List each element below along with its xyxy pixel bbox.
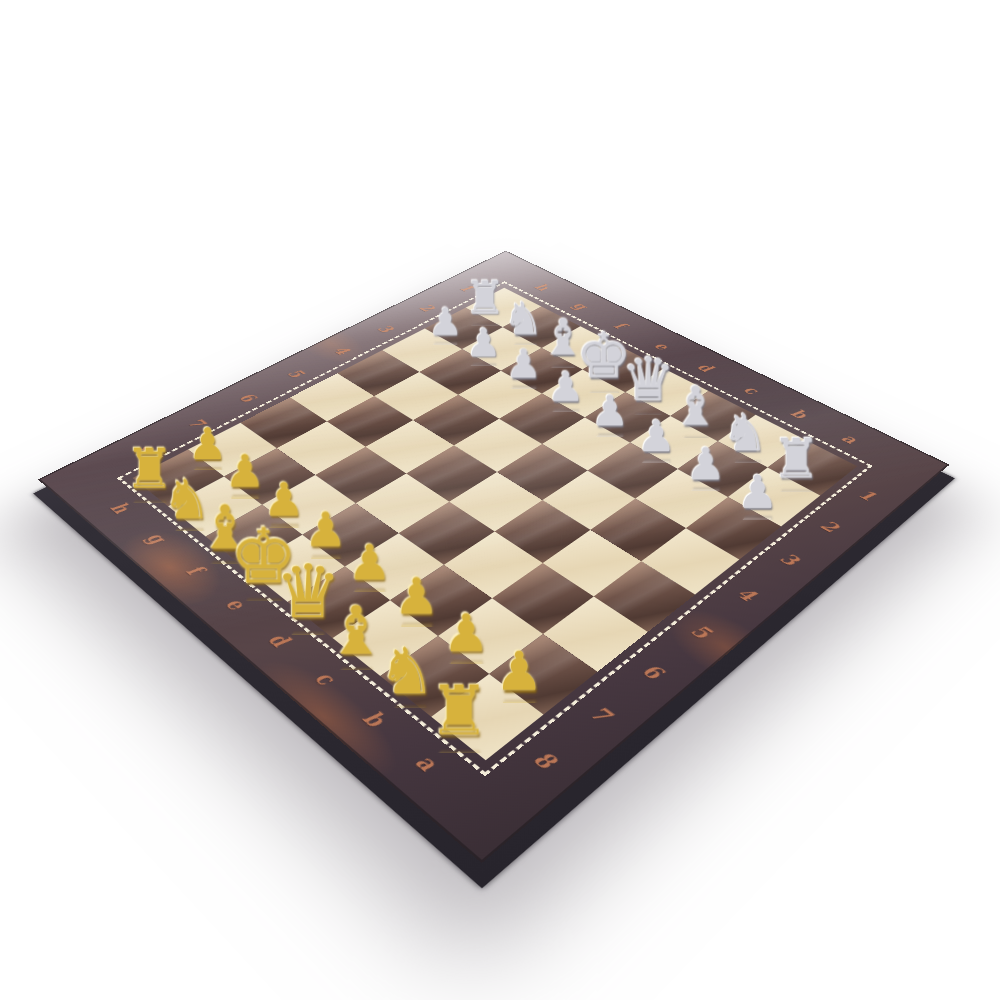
- coord-rank-near-right-4: 4: [732, 584, 761, 605]
- coord-rank-near-right-6: 6: [637, 660, 668, 684]
- coord-file-near-left-f: f: [181, 561, 209, 578]
- coord-file-near-left-g: g: [141, 528, 172, 547]
- black-gold-pawn-b7[interactable]: ♟: [443, 607, 490, 659]
- black-gold-pawn-e7[interactable]: ♟: [304, 506, 347, 554]
- black-gold-pawn-d7[interactable]: ♟: [348, 538, 392, 587]
- coord-file-near-left-e: e: [220, 593, 251, 614]
- white-silver-pawn-f2[interactable]: ♟: [506, 344, 542, 384]
- coord-rank-near-right-5: 5: [686, 620, 716, 642]
- board-grid: ♜♞♝♚♛♝♞♜♟♟♟♟♟♟♟♟♟♟♟♟♟♟♟♟♜♞♝♚♛♝♞♜: [133, 288, 858, 761]
- coord-file-far-right-b: b: [787, 406, 811, 421]
- white-silver-pawn-g2[interactable]: ♟: [466, 323, 501, 362]
- white-silver-pawn-e2[interactable]: ♟: [547, 367, 584, 408]
- coord-rank-far-left-5: 5: [283, 367, 308, 381]
- coord-file-near-left-b: b: [357, 706, 391, 732]
- coord-file-far-right-c: c: [739, 383, 761, 397]
- white-silver-rook-a1[interactable]: ♜: [772, 432, 821, 487]
- white-silver-knight-g1[interactable]: ♞: [503, 296, 544, 341]
- black-gold-pawn-c7[interactable]: ♟: [394, 571, 439, 621]
- coord-file-near-left-c: c: [309, 666, 341, 689]
- coord-file-near-left-a: a: [409, 749, 443, 776]
- white-silver-queen-d1[interactable]: ♛: [621, 350, 675, 410]
- chess-board: 11hh22gg33ff44ee55dd66cc77bb88aa ♜♞♝♚♛♝♞…: [38, 251, 950, 864]
- white-silver-pawn-a2[interactable]: ♟: [737, 469, 778, 515]
- white-silver-pawn-b2[interactable]: ♟: [686, 441, 726, 486]
- coord-file-near-left-h: h: [105, 499, 135, 517]
- coord-rank-near-right-8: 8: [527, 746, 561, 774]
- black-gold-rook-a8[interactable]: ♜: [429, 678, 490, 747]
- inlay-border: ♜♞♝♚♛♝♞♜♟♟♟♟♟♟♟♟♟♟♟♟♟♟♟♟♜♞♝♚♛♝♞♜: [117, 281, 873, 776]
- white-silver-bishop-c1[interactable]: ♝: [671, 380, 719, 434]
- black-gold-pawn-a7[interactable]: ♟: [495, 645, 543, 699]
- coord-rank-near-right-1: 1: [854, 486, 880, 504]
- coord-rank-far-left-4: 4: [329, 344, 353, 357]
- white-silver-knight-b1[interactable]: ♞: [722, 407, 768, 458]
- product-photo-scene: 11hh22gg33ff44ee55dd66cc77bb88aa ♜♞♝♚♛♝♞…: [0, 0, 1000, 1000]
- coord-rank-near-right-7: 7: [584, 701, 617, 727]
- black-gold-pawn-g7[interactable]: ♟: [225, 449, 265, 494]
- perspective-wrapper: 11hh22gg33ff44ee55dd66cc77bb88aa ♜♞♝♚♛♝♞…: [0, 0, 1000, 1000]
- coord-rank-far-left-3: 3: [373, 322, 397, 334]
- black-gold-knight-b8[interactable]: ♞: [378, 639, 435, 703]
- coord-rank-far-left-6: 6: [234, 390, 260, 404]
- white-silver-pawn-d2[interactable]: ♟: [591, 390, 629, 432]
- coord-file-far-right-h: h: [531, 281, 553, 292]
- coord-file-far-right-a: a: [837, 431, 861, 446]
- white-silver-pawn-c2[interactable]: ♟: [637, 415, 676, 458]
- coord-rank-near-right-3: 3: [775, 549, 803, 569]
- coord-file-near-left-d: d: [262, 628, 295, 651]
- coord-file-far-right-d: d: [693, 361, 716, 375]
- coord-rank-near-right-2: 2: [816, 517, 843, 536]
- square-a1[interactable]: ♜: [768, 440, 858, 496]
